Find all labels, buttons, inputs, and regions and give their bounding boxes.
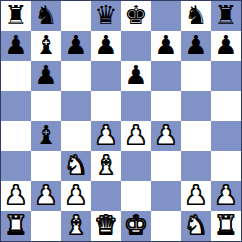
square-b6[interactable]: ♟ bbox=[31, 61, 61, 91]
square-g8[interactable]: ♞ bbox=[181, 1, 211, 31]
chess-board: ♜♞♛♚♞♜♟♝♟♟♟♟♟♟♟♝♟♟♟♞♝♟♟♟♟♟♜♝♛♚♞♜ bbox=[0, 0, 242, 242]
square-d1[interactable]: ♛ bbox=[91, 211, 121, 241]
square-a6[interactable] bbox=[1, 61, 31, 91]
black-pawn: ♟ bbox=[64, 32, 87, 58]
white-rook: ♜ bbox=[214, 212, 237, 238]
white-knight: ♞ bbox=[64, 152, 87, 178]
white-pawn: ♟ bbox=[4, 182, 27, 208]
square-e5[interactable] bbox=[121, 91, 151, 121]
black-rook: ♜ bbox=[214, 2, 237, 28]
square-b4[interactable]: ♝ bbox=[31, 121, 61, 151]
square-e1[interactable]: ♚ bbox=[121, 211, 151, 241]
square-e6[interactable]: ♟ bbox=[121, 61, 151, 91]
square-d6[interactable] bbox=[91, 61, 121, 91]
black-bishop: ♝ bbox=[34, 122, 57, 148]
black-pawn: ♟ bbox=[124, 62, 147, 88]
square-a1[interactable]: ♜ bbox=[1, 211, 31, 241]
black-queen: ♛ bbox=[94, 2, 117, 28]
black-rook: ♜ bbox=[4, 2, 27, 28]
square-b2[interactable]: ♟ bbox=[31, 181, 61, 211]
square-g4[interactable] bbox=[181, 121, 211, 151]
black-knight: ♞ bbox=[184, 2, 207, 28]
white-bishop: ♝ bbox=[94, 152, 117, 178]
square-c7[interactable]: ♟ bbox=[61, 31, 91, 61]
white-pawn: ♟ bbox=[64, 182, 87, 208]
square-f4[interactable]: ♟ bbox=[151, 121, 181, 151]
square-f7[interactable]: ♟ bbox=[151, 31, 181, 61]
square-b7[interactable]: ♝ bbox=[31, 31, 61, 61]
square-f3[interactable] bbox=[151, 151, 181, 181]
square-c3[interactable]: ♞ bbox=[61, 151, 91, 181]
square-f5[interactable] bbox=[151, 91, 181, 121]
square-b5[interactable] bbox=[31, 91, 61, 121]
square-d4[interactable]: ♟ bbox=[91, 121, 121, 151]
square-g3[interactable] bbox=[181, 151, 211, 181]
square-d2[interactable] bbox=[91, 181, 121, 211]
square-h1[interactable]: ♜ bbox=[211, 211, 241, 241]
square-c2[interactable]: ♟ bbox=[61, 181, 91, 211]
black-knight: ♞ bbox=[34, 2, 57, 28]
white-king: ♚ bbox=[124, 212, 147, 238]
white-pawn: ♟ bbox=[214, 182, 237, 208]
black-bishop: ♝ bbox=[34, 32, 57, 58]
square-a5[interactable] bbox=[1, 91, 31, 121]
black-pawn: ♟ bbox=[34, 62, 57, 88]
square-f2[interactable] bbox=[151, 181, 181, 211]
square-c4[interactable] bbox=[61, 121, 91, 151]
square-f1[interactable] bbox=[151, 211, 181, 241]
square-c8[interactable] bbox=[61, 1, 91, 31]
white-knight: ♞ bbox=[184, 212, 207, 238]
square-a8[interactable]: ♜ bbox=[1, 1, 31, 31]
square-h6[interactable] bbox=[211, 61, 241, 91]
white-bishop: ♝ bbox=[64, 212, 87, 238]
square-e4[interactable]: ♟ bbox=[121, 121, 151, 151]
square-b3[interactable] bbox=[31, 151, 61, 181]
white-pawn: ♟ bbox=[154, 122, 177, 148]
square-e8[interactable]: ♚ bbox=[121, 1, 151, 31]
square-d8[interactable]: ♛ bbox=[91, 1, 121, 31]
square-g6[interactable] bbox=[181, 61, 211, 91]
square-a2[interactable]: ♟ bbox=[1, 181, 31, 211]
black-pawn: ♟ bbox=[4, 32, 27, 58]
white-pawn: ♟ bbox=[34, 182, 57, 208]
square-f6[interactable] bbox=[151, 61, 181, 91]
square-g5[interactable] bbox=[181, 91, 211, 121]
square-h2[interactable]: ♟ bbox=[211, 181, 241, 211]
square-f8[interactable] bbox=[151, 1, 181, 31]
square-h7[interactable]: ♟ bbox=[211, 31, 241, 61]
square-e3[interactable] bbox=[121, 151, 151, 181]
white-pawn: ♟ bbox=[124, 122, 147, 148]
square-b1[interactable] bbox=[31, 211, 61, 241]
square-g1[interactable]: ♞ bbox=[181, 211, 211, 241]
square-e2[interactable] bbox=[121, 181, 151, 211]
square-d7[interactable]: ♟ bbox=[91, 31, 121, 61]
square-d3[interactable]: ♝ bbox=[91, 151, 121, 181]
square-h4[interactable] bbox=[211, 121, 241, 151]
square-a4[interactable] bbox=[1, 121, 31, 151]
black-pawn: ♟ bbox=[154, 32, 177, 58]
white-pawn: ♟ bbox=[94, 122, 117, 148]
square-c5[interactable] bbox=[61, 91, 91, 121]
white-queen: ♛ bbox=[94, 212, 117, 238]
black-pawn: ♟ bbox=[184, 32, 207, 58]
square-a3[interactable] bbox=[1, 151, 31, 181]
white-rook: ♜ bbox=[4, 212, 27, 238]
square-e7[interactable] bbox=[121, 31, 151, 61]
square-c1[interactable]: ♝ bbox=[61, 211, 91, 241]
square-d5[interactable] bbox=[91, 91, 121, 121]
square-c6[interactable] bbox=[61, 61, 91, 91]
square-h8[interactable]: ♜ bbox=[211, 1, 241, 31]
square-h5[interactable] bbox=[211, 91, 241, 121]
square-h3[interactable] bbox=[211, 151, 241, 181]
white-pawn: ♟ bbox=[184, 182, 207, 208]
black-pawn: ♟ bbox=[94, 32, 117, 58]
square-b8[interactable]: ♞ bbox=[31, 1, 61, 31]
square-a7[interactable]: ♟ bbox=[1, 31, 31, 61]
black-king: ♚ bbox=[124, 2, 147, 28]
black-pawn: ♟ bbox=[214, 32, 237, 58]
square-g7[interactable]: ♟ bbox=[181, 31, 211, 61]
square-g2[interactable]: ♟ bbox=[181, 181, 211, 211]
